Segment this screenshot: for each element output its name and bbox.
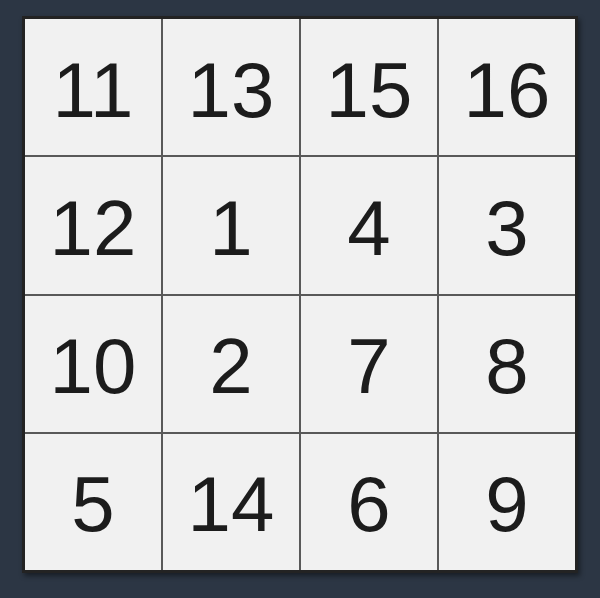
tile-r2c2[interactable]: 1 [163,157,299,293]
tile-r1c3[interactable]: 15 [301,19,437,155]
tile-r1c4[interactable]: 16 [439,19,575,155]
tile-r1c2[interactable]: 13 [163,19,299,155]
puzzle-board: 11 13 15 16 12 1 4 3 10 2 7 8 5 14 6 9 [22,16,578,573]
tile-r3c4[interactable]: 8 [439,296,575,432]
tile-r3c1[interactable]: 10 [25,296,161,432]
tile-r3c3[interactable]: 7 [301,296,437,432]
tile-r2c3[interactable]: 4 [301,157,437,293]
tile-r1c1[interactable]: 11 [25,19,161,155]
tile-r4c2[interactable]: 14 [163,434,299,570]
tile-r4c1[interactable]: 5 [25,434,161,570]
tile-r2c4[interactable]: 3 [439,157,575,293]
tile-r3c2[interactable]: 2 [163,296,299,432]
tile-r4c4[interactable]: 9 [439,434,575,570]
tile-r4c3[interactable]: 6 [301,434,437,570]
tile-r2c1[interactable]: 12 [25,157,161,293]
